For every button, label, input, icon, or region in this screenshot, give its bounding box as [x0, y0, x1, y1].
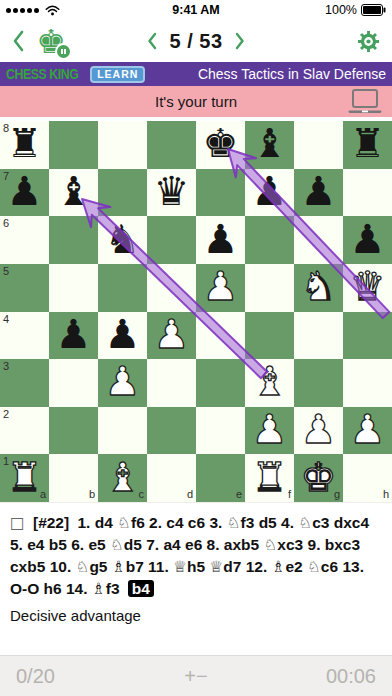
square-a2[interactable]: 2	[0, 407, 49, 455]
white-bishop[interactable]: ♝	[252, 361, 288, 401]
black-pawn[interactable]: ♟	[56, 314, 92, 354]
square-d4[interactable]: ♟	[147, 312, 196, 360]
black-pawn[interactable]: ♟	[105, 314, 141, 354]
square-f3[interactable]: ♝	[245, 359, 294, 407]
square-b5[interactable]	[49, 264, 98, 312]
square-a4[interactable]: 4	[0, 312, 49, 360]
nav-bar: ♚ 5 / 53	[0, 20, 392, 62]
white-pawn[interactable]: ♟	[252, 409, 288, 449]
puzzle-counter: 5 / 53	[169, 30, 222, 53]
square-h3[interactable]	[343, 359, 392, 407]
rank-label: 3	[3, 361, 9, 372]
square-a6[interactable]: 6	[0, 216, 49, 264]
square-a8[interactable]: 8♜	[0, 121, 49, 169]
black-queen[interactable]: ♛	[154, 171, 190, 211]
square-b3[interactable]	[49, 359, 98, 407]
notation-panel: □ [#22] 1. d4 ♘f6 2. c4 c6 3. ♘f3 d5 4. …	[0, 502, 392, 655]
square-h4[interactable]	[343, 312, 392, 360]
previous-puzzle-button[interactable]	[147, 32, 157, 50]
file-label: c	[139, 489, 145, 500]
square-b2[interactable]	[49, 407, 98, 455]
rank-label: 5	[3, 266, 9, 277]
square-a3[interactable]: 3	[0, 359, 49, 407]
chess-board[interactable]: 8♜♚♝♜7♟♝♛♟♟6♞♟♟5♟♞♛4♟♟♟3♟♝2♟♟♟1a♜bc♝def♜…	[0, 121, 392, 502]
square-e4[interactable]	[196, 312, 245, 360]
square-h8[interactable]: ♜	[343, 121, 392, 169]
rank-label: 7	[3, 171, 9, 182]
square-b4[interactable]: ♟	[49, 312, 98, 360]
puzzle-number-tag: [#22]	[33, 514, 69, 531]
square-c2[interactable]	[98, 407, 147, 455]
puzzle-list-icon[interactable]	[313, 31, 334, 52]
square-e2[interactable]	[196, 407, 245, 455]
bottom-bar: 0/20 +− 00:06	[0, 655, 392, 696]
square-h5[interactable]: ♛	[343, 264, 392, 312]
app-screen: 9:41 AM 100% ♚ 5 / 53	[0, 0, 392, 696]
square-c6[interactable]: ♞	[98, 216, 147, 264]
square-h1[interactable]: h	[343, 454, 392, 502]
next-puzzle-button[interactable]	[235, 32, 245, 50]
white-pawn[interactable]: ♟	[105, 361, 141, 401]
status-bar: 9:41 AM 100%	[0, 0, 392, 20]
white-pawn[interactable]: ♟	[301, 409, 337, 449]
square-c7[interactable]	[98, 169, 147, 217]
square-d2[interactable]	[147, 407, 196, 455]
white-pawn[interactable]: ♟	[203, 266, 239, 306]
square-f5[interactable]	[245, 264, 294, 312]
square-g5[interactable]: ♞	[294, 264, 343, 312]
file-label: b	[89, 489, 95, 500]
square-d1[interactable]: d	[147, 454, 196, 502]
file-label: h	[383, 489, 389, 500]
file-label: e	[236, 489, 242, 500]
brand-bar: CHESS KING LEARN Chess Tactics in Slav D…	[0, 62, 392, 86]
square-h2[interactable]: ♟	[343, 407, 392, 455]
white-knight[interactable]: ♞	[301, 266, 337, 306]
square-e1[interactable]: e	[196, 454, 245, 502]
square-f7[interactable]: ♟	[245, 169, 294, 217]
square-g4[interactable]	[294, 312, 343, 360]
black-bishop[interactable]: ♝	[252, 123, 288, 163]
file-label: g	[334, 489, 340, 500]
black-pawn[interactable]: ♟	[203, 219, 239, 259]
square-h7[interactable]	[343, 169, 392, 217]
square-e3[interactable]	[196, 359, 245, 407]
rank-label: 8	[3, 123, 9, 134]
square-e5[interactable]: ♟	[196, 264, 245, 312]
square-g8[interactable]	[294, 121, 343, 169]
square-d5[interactable]	[147, 264, 196, 312]
square-f4[interactable]	[245, 312, 294, 360]
square-f8[interactable]: ♝	[245, 121, 294, 169]
timer: 00:06	[326, 665, 376, 688]
settings-gear-icon[interactable]	[357, 30, 380, 53]
square-d3[interactable]	[147, 359, 196, 407]
black-king[interactable]: ♚	[203, 123, 239, 163]
black-pawn[interactable]: ♟	[301, 171, 337, 211]
rank-label: 6	[3, 218, 9, 229]
square-d6[interactable]	[147, 216, 196, 264]
square-e6[interactable]: ♟	[196, 216, 245, 264]
computer-play-icon[interactable]	[348, 89, 382, 114]
black-knight[interactable]: ♞	[105, 219, 141, 259]
white-pawn[interactable]: ♟	[350, 409, 386, 449]
square-e8[interactable]: ♚	[196, 121, 245, 169]
file-label: f	[288, 489, 291, 500]
black-pawn[interactable]: ♟	[350, 219, 386, 259]
square-e7[interactable]	[196, 169, 245, 217]
square-c1[interactable]: c♝	[98, 454, 147, 502]
black-bishop[interactable]: ♝	[56, 171, 92, 211]
white-rook[interactable]: ♜	[252, 457, 288, 497]
square-d7[interactable]: ♛	[147, 169, 196, 217]
prompt-bar: It's your turn	[0, 86, 392, 117]
square-c4[interactable]: ♟	[98, 312, 147, 360]
square-g6[interactable]	[294, 216, 343, 264]
course-title: Chess Tactics in Slav Defense	[198, 66, 386, 82]
turn-indicator: It's your turn	[155, 93, 237, 110]
square-g3[interactable]	[294, 359, 343, 407]
square-c8[interactable]	[98, 121, 147, 169]
white-queen[interactable]: ♛	[350, 266, 386, 306]
last-move-badge: b4	[128, 580, 154, 597]
square-c3[interactable]: ♟	[98, 359, 147, 407]
white-pawn[interactable]: ♟	[154, 314, 190, 354]
square-d8[interactable]	[147, 121, 196, 169]
black-rook[interactable]: ♜	[350, 123, 386, 163]
white-king[interactable]: ♚	[301, 457, 337, 497]
square-c5[interactable]	[98, 264, 147, 312]
square-f1[interactable]: f♜	[245, 454, 294, 502]
white-rook[interactable]: ♜	[7, 457, 43, 497]
square-f2[interactable]: ♟	[245, 407, 294, 455]
square-g2[interactable]: ♟	[294, 407, 343, 455]
square-b7[interactable]: ♝	[49, 169, 98, 217]
black-pawn[interactable]: ♟	[252, 171, 288, 211]
white-to-move-symbol: □	[10, 514, 25, 532]
square-a1[interactable]: 1a♜	[0, 454, 49, 502]
battery-percent: 100%	[325, 3, 357, 17]
evaluation-text: Decisive advantage	[10, 607, 382, 624]
square-a5[interactable]: 5	[0, 264, 49, 312]
square-g7[interactable]: ♟	[294, 169, 343, 217]
file-label: d	[187, 489, 193, 500]
move-list: □ [#22] 1. d4 ♘f6 2. c4 c6 3. ♘f3 d5 4. …	[10, 512, 382, 600]
rank-label: 4	[3, 314, 9, 325]
brand-title: CHESS KING	[6, 66, 78, 82]
square-g1[interactable]: g♚	[294, 454, 343, 502]
square-a7[interactable]: 7♟	[0, 169, 49, 217]
battery-icon	[361, 4, 386, 16]
square-b8[interactable]	[49, 121, 98, 169]
black-pawn[interactable]: ♟	[7, 171, 43, 211]
square-h6[interactable]: ♟	[343, 216, 392, 264]
black-rook[interactable]: ♜	[7, 123, 43, 163]
white-bishop[interactable]: ♝	[105, 457, 141, 497]
square-f6[interactable]	[245, 216, 294, 264]
square-b1[interactable]: b	[49, 454, 98, 502]
file-label: a	[40, 489, 46, 500]
square-b6[interactable]	[49, 216, 98, 264]
rank-label: 1	[3, 456, 9, 467]
rank-label: 2	[3, 409, 9, 420]
learn-badge: LEARN	[90, 66, 145, 83]
